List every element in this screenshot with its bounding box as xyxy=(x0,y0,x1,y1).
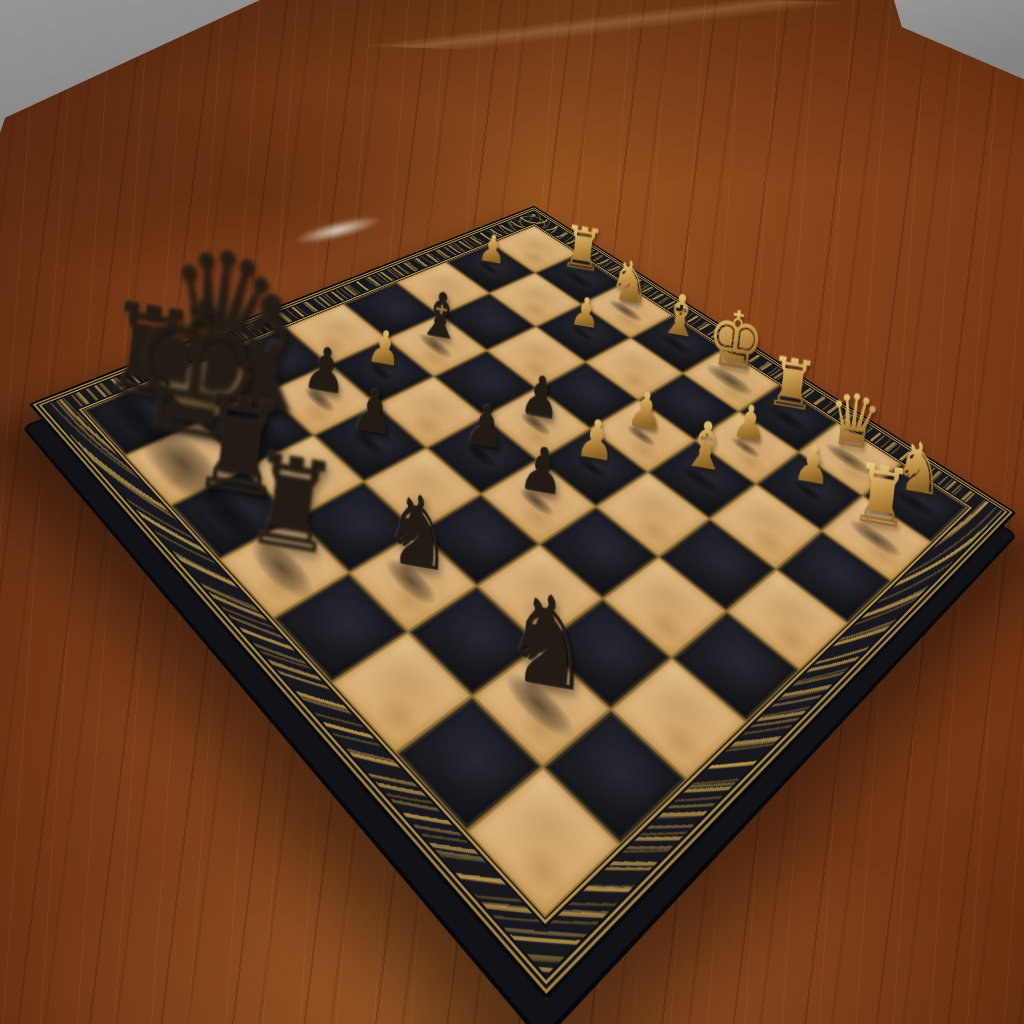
wall-background-right xyxy=(894,0,1024,90)
black-rook-glyph: ♜ xyxy=(239,435,344,574)
black-knight-glyph: ♞ xyxy=(378,478,459,586)
table-edge-highlight xyxy=(149,0,1024,70)
black-knight-glyph: ♞ xyxy=(497,573,601,710)
gold-rook-glyph: ♜ xyxy=(847,451,915,541)
chess-board: ♜♞♝♚♜♛♞♟♟♟♟♜♟♝♟♟♝♟♟♟♟♟♛♝♞♞♜♚♜♜ xyxy=(28,206,1016,1001)
board-perspective-wrapper: ♜♞♝♚♜♛♞♟♟♟♟♜♟♝♟♟♝♟♟♟♟♟♛♝♞♞♜♚♜♜ xyxy=(172,94,904,826)
scene: ♜♞♝♚♜♛♞♟♟♟♟♜♟♝♟♟♝♟♟♟♟♟♛♝♞♞♜♚♜♜ xyxy=(0,0,1024,1024)
black-pawn-glyph: ♟ xyxy=(349,379,399,445)
black-pawn-glyph: ♟ xyxy=(462,395,509,458)
black-pawn-glyph: ♟ xyxy=(516,436,567,504)
